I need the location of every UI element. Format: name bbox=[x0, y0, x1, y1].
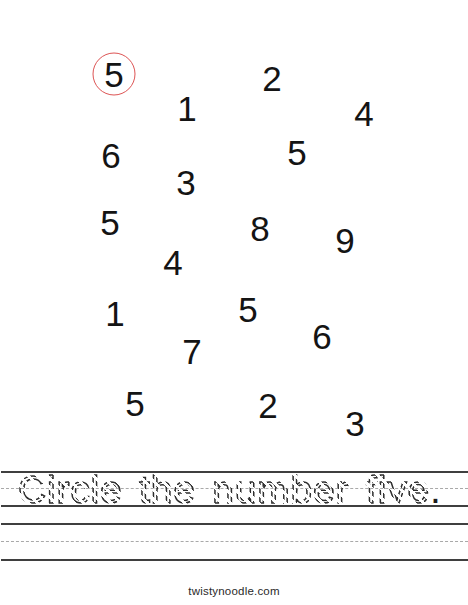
scatter-number-1[interactable]: 1 bbox=[177, 91, 196, 126]
scatter-number-5[interactable]: 5 bbox=[238, 292, 257, 327]
scatter-number-9[interactable]: 9 bbox=[335, 223, 354, 258]
scatter-number-4[interactable]: 4 bbox=[354, 96, 373, 131]
scatter-number-5[interactable]: 5 bbox=[100, 205, 119, 240]
scatter-number-2[interactable]: 2 bbox=[262, 61, 281, 96]
writing-guide-blank-group bbox=[1, 523, 468, 563]
scatter-number-5[interactable]: 5 bbox=[125, 386, 144, 421]
scatter-number-6[interactable]: 6 bbox=[312, 319, 331, 354]
scatter-number-7[interactable]: 7 bbox=[182, 334, 201, 369]
scatter-number-6[interactable]: 6 bbox=[101, 138, 120, 173]
guide-top-line bbox=[1, 523, 468, 525]
guide-bottom-line bbox=[1, 559, 468, 561]
scatter-number-1[interactable]: 1 bbox=[105, 296, 124, 331]
scatter-number-3[interactable]: 3 bbox=[176, 165, 195, 200]
trace-instruction-words: Circle the number five bbox=[18, 470, 430, 509]
scatter-number-8[interactable]: 8 bbox=[250, 211, 269, 246]
trace-instruction-period: . bbox=[430, 470, 442, 509]
scatter-number-4[interactable]: 4 bbox=[163, 245, 182, 280]
scatter-number-5[interactable]: 5 bbox=[287, 135, 306, 170]
scatter-number-2[interactable]: 2 bbox=[258, 388, 277, 423]
worksheet-page: 521465358941567523 Circle the number fiv… bbox=[0, 0, 468, 605]
trace-instruction-text: Circle the number five. bbox=[18, 470, 442, 509]
answer-circle bbox=[93, 53, 136, 96]
guide-middle-dashed-line bbox=[1, 541, 468, 542]
footer-watermark: twistynoodle.com bbox=[0, 585, 468, 597]
scatter-number-3[interactable]: 3 bbox=[345, 406, 364, 441]
number-scatter-area: 521465358941567523 bbox=[0, 0, 468, 605]
